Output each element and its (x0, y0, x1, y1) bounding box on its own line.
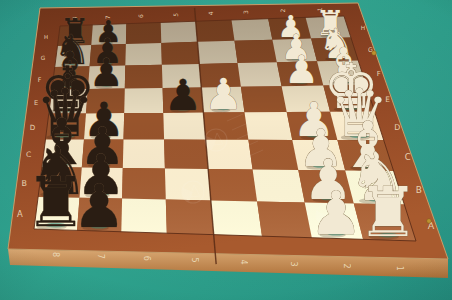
photo-stage: HGFEDCBAHGFEDCBA8765432187654321♜♟♟♜♞♟♟♞… (0, 0, 452, 300)
piece-glyph: ♟ (309, 178, 363, 248)
label-rank-near-7: 7 (96, 254, 105, 259)
piece-glyph: ♟ (284, 47, 319, 92)
label-rank-near-3: 3 (289, 262, 298, 267)
label-rank-far-3: 3 (242, 10, 249, 14)
label-file-left-H: H (44, 34, 48, 40)
piece-white-pawn-f2: ♟ (284, 47, 319, 92)
piece-white-pawn-e4: ♟ (204, 69, 242, 119)
piece-black-pawn-a7: ♟ (72, 171, 126, 241)
chessboard-photo: HGFEDCBAHGFEDCBA8765432187654321♜♟♟♜♞♟♟♞… (0, 0, 452, 300)
label-rank-near-4: 4 (239, 260, 248, 265)
label-rank-far-4: 4 (207, 11, 214, 15)
brass-clasp (427, 219, 432, 224)
piece-glyph: ♟ (164, 70, 202, 120)
label-rank-near-6: 6 (142, 256, 151, 261)
piece-white-pawn-a2: ♟ (309, 178, 363, 248)
piece-white-rook-a1: ♜ (357, 173, 418, 252)
label-file-right-H: H (361, 25, 365, 31)
piece-glyph: ♟ (72, 171, 126, 241)
piece-glyph: ♜ (357, 173, 418, 252)
piece-black-pawn-e5: ♟ (164, 70, 202, 120)
label-rank-far-5: 5 (172, 13, 179, 17)
label-rank-far-6: 6 (137, 14, 144, 18)
label-rank-near-1: 1 (395, 266, 404, 271)
piece-glyph: ♟ (204, 69, 242, 119)
label-rank-near-5: 5 (190, 258, 199, 263)
label-rank-near-2: 2 (342, 264, 351, 269)
label-file-left-A: A (17, 209, 23, 219)
label-rank-near-8: 8 (51, 252, 60, 257)
